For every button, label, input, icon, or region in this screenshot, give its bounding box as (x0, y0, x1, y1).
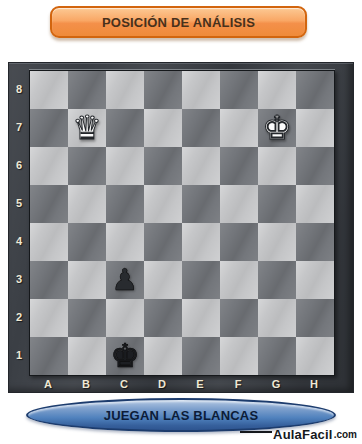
brand-line (240, 431, 272, 433)
analysis-banner-label: POSICIÓN DE ANÁLISIS (102, 15, 255, 30)
rank-label-1: 1 (9, 336, 29, 374)
square-d5 (144, 185, 182, 223)
square-g1 (258, 337, 296, 375)
square-h8 (296, 71, 334, 109)
file-label-f: F (219, 376, 257, 392)
square-b8 (68, 71, 106, 109)
board-grid: ♛♚♟♚ (29, 70, 335, 376)
square-e3 (182, 261, 220, 299)
square-e1 (182, 337, 220, 375)
rank-labels: 87654321 (9, 70, 29, 374)
square-b7: ♛ (68, 109, 106, 147)
square-g5 (258, 185, 296, 223)
file-label-h: H (295, 376, 333, 392)
rank-label-8: 8 (9, 70, 29, 108)
square-h2 (296, 299, 334, 337)
square-e5 (182, 185, 220, 223)
square-g4 (258, 223, 296, 261)
square-h4 (296, 223, 334, 261)
square-a4 (30, 223, 68, 261)
square-e7 (182, 109, 220, 147)
square-f6 (220, 147, 258, 185)
square-h3 (296, 261, 334, 299)
rank-label-3: 3 (9, 260, 29, 298)
brand-suffix: .com (334, 429, 357, 440)
square-h7 (296, 109, 334, 147)
square-c1: ♚ (106, 337, 144, 375)
black-king: ♚ (110, 337, 140, 375)
square-g8 (258, 71, 296, 109)
square-a1 (30, 337, 68, 375)
white-king: ♚ (262, 109, 292, 147)
file-label-e: E (181, 376, 219, 392)
chess-board: 87654321 ♛♚♟♚ ABCDEFGH (8, 62, 354, 393)
square-a3 (30, 261, 68, 299)
square-g7: ♚ (258, 109, 296, 147)
square-c7 (106, 109, 144, 147)
brand-logo[interactable]: AulaFacil .com (240, 427, 357, 442)
square-c3: ♟ (106, 261, 144, 299)
square-d3 (144, 261, 182, 299)
square-d7 (144, 109, 182, 147)
rank-label-4: 4 (9, 222, 29, 260)
square-c2 (106, 299, 144, 337)
square-a7 (30, 109, 68, 147)
square-d8 (144, 71, 182, 109)
square-a8 (30, 71, 68, 109)
file-label-d: D (143, 376, 181, 392)
square-a5 (30, 185, 68, 223)
square-f8 (220, 71, 258, 109)
square-d6 (144, 147, 182, 185)
square-f4 (220, 223, 258, 261)
file-label-b: B (67, 376, 105, 392)
square-h6 (296, 147, 334, 185)
square-g3 (258, 261, 296, 299)
square-b2 (68, 299, 106, 337)
square-d4 (144, 223, 182, 261)
square-f7 (220, 109, 258, 147)
rank-label-5: 5 (9, 184, 29, 222)
square-a6 (30, 147, 68, 185)
square-e8 (182, 71, 220, 109)
square-c8 (106, 71, 144, 109)
square-e4 (182, 223, 220, 261)
square-e6 (182, 147, 220, 185)
page: POSICIÓN DE ANÁLISIS 87654321 ♛♚♟♚ ABCDE… (0, 0, 362, 444)
square-d1 (144, 337, 182, 375)
black-pawn: ♟ (112, 261, 139, 299)
analysis-banner: POSICIÓN DE ANÁLISIS (50, 6, 307, 38)
square-b3 (68, 261, 106, 299)
square-g6 (258, 147, 296, 185)
file-labels: ABCDEFGH (29, 376, 333, 392)
square-f3 (220, 261, 258, 299)
square-h1 (296, 337, 334, 375)
rank-label-7: 7 (9, 108, 29, 146)
white-queen: ♛ (72, 109, 102, 147)
square-b6 (68, 147, 106, 185)
square-f1 (220, 337, 258, 375)
brand-name: AulaFacil (273, 427, 333, 442)
square-b4 (68, 223, 106, 261)
square-e2 (182, 299, 220, 337)
square-b1 (68, 337, 106, 375)
square-c6 (106, 147, 144, 185)
file-label-g: G (257, 376, 295, 392)
square-b5 (68, 185, 106, 223)
square-c5 (106, 185, 144, 223)
file-label-c: C (105, 376, 143, 392)
square-g2 (258, 299, 296, 337)
file-label-a: A (29, 376, 67, 392)
square-f2 (220, 299, 258, 337)
turn-banner-label: JUEGAN LAS BLANCAS (104, 408, 259, 423)
square-f5 (220, 185, 258, 223)
square-a2 (30, 299, 68, 337)
rank-label-6: 6 (9, 146, 29, 184)
rank-label-2: 2 (9, 298, 29, 336)
square-h5 (296, 185, 334, 223)
square-d2 (144, 299, 182, 337)
square-c4 (106, 223, 144, 261)
